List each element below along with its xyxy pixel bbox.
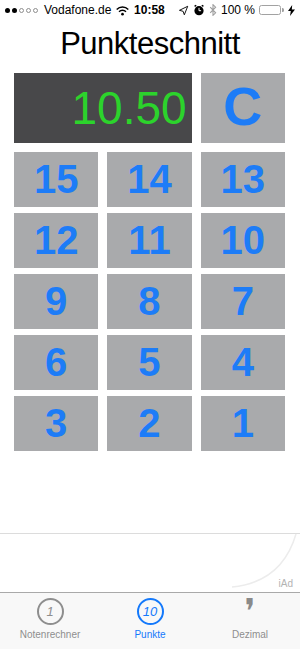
status-bar: Vodafone.de 10:58 — [0, 0, 300, 20]
key-9[interactable]: 9 — [14, 274, 98, 329]
key-10[interactable]: 10 — [201, 213, 285, 268]
tab-punkte[interactable]: 10 Punkte — [100, 593, 200, 649]
iad-banner[interactable]: iAd — [0, 533, 300, 592]
key-5[interactable]: 5 — [107, 335, 191, 390]
key-1[interactable]: 1 — [201, 396, 285, 451]
key-15[interactable]: 15 — [14, 152, 98, 207]
display-row: 10.50 C — [14, 73, 285, 143]
tab-dezimal[interactable]: ❜ Dezimal — [200, 593, 300, 649]
page-title: Punkteschnitt — [0, 26, 300, 62]
key-8[interactable]: 8 — [107, 274, 191, 329]
key-6[interactable]: 6 — [14, 335, 98, 390]
charging-bolt-icon — [288, 5, 295, 16]
iad-label: iAd — [279, 578, 293, 589]
alarm-clock-icon — [193, 4, 205, 16]
key-3[interactable]: 3 — [14, 396, 98, 451]
battery-percent-label: 100 % — [221, 3, 255, 17]
location-arrow-icon — [178, 5, 189, 16]
clear-button[interactable]: C — [201, 73, 285, 143]
key-12[interactable]: 12 — [14, 213, 98, 268]
decimal-comma-icon: ❜ — [237, 598, 264, 625]
wifi-icon — [115, 5, 130, 16]
tab-notenrechner[interactable]: 1 Notenrechner — [0, 593, 100, 649]
signal-strength-icon — [5, 8, 38, 13]
tab-bar: 1 Notenrechner 10 Punkte ❜ Dezimal — [0, 592, 300, 649]
key-11[interactable]: 11 — [107, 213, 191, 268]
key-4[interactable]: 4 — [201, 335, 285, 390]
tab-label: Notenrechner — [20, 629, 81, 640]
keypad: 15 14 13 12 11 10 9 8 7 6 5 4 3 2 1 — [14, 152, 285, 451]
battery-icon — [259, 5, 284, 15]
key-13[interactable]: 13 — [201, 152, 285, 207]
key-14[interactable]: 14 — [107, 152, 191, 207]
key-2[interactable]: 2 — [107, 396, 191, 451]
carrier-label: Vodafone.de — [44, 3, 111, 17]
points-10-circle-icon: 10 — [137, 598, 164, 625]
tab-label: Dezimal — [232, 629, 268, 640]
result-display: 10.50 — [14, 73, 192, 143]
grade-1-circle-icon: 1 — [37, 598, 64, 625]
bluetooth-icon — [209, 4, 217, 16]
key-7[interactable]: 7 — [201, 274, 285, 329]
tab-label: Punkte — [134, 629, 165, 640]
clock-time: 10:58 — [134, 3, 165, 17]
